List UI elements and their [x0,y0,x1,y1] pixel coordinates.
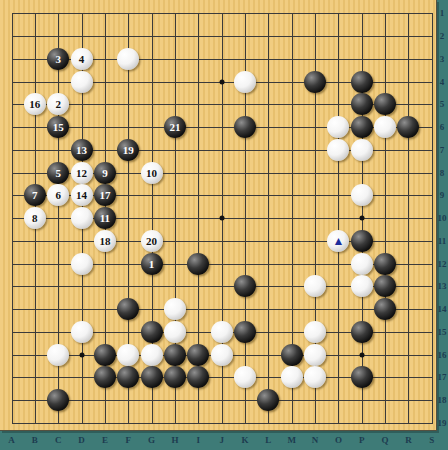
grid-line-v [268,13,269,423]
row-label: 6 [440,122,445,132]
col-label: R [405,435,412,445]
row-label: 8 [440,168,445,178]
black-stone[interactable] [351,321,373,343]
move-number: 21 [169,116,180,138]
black-stone[interactable] [374,275,396,297]
white-stone[interactable] [117,344,139,366]
row-label: 9 [440,190,445,200]
move-number: 18 [99,230,110,252]
white-stone[interactable]: 16 [24,93,46,115]
white-stone[interactable] [281,366,303,388]
black-stone[interactable] [141,366,163,388]
black-stone[interactable] [187,253,209,275]
white-stone[interactable]: 10 [141,162,163,184]
white-stone[interactable] [71,71,93,93]
black-stone[interactable] [304,71,326,93]
col-label: K [241,435,248,445]
black-stone[interactable] [117,366,139,388]
row-label: 18 [438,395,447,405]
grid-line-h [12,423,433,424]
grid-line-v [385,13,386,423]
black-stone[interactable] [351,71,373,93]
row-label: 14 [438,304,447,314]
row-label: 16 [438,350,447,360]
move-number: 8 [32,207,38,229]
black-stone[interactable] [164,366,186,388]
grid-line-v [432,13,433,423]
black-stone[interactable]: 9 [94,162,116,184]
white-stone[interactable] [164,298,186,320]
col-label: F [126,435,132,445]
row-label: 19 [438,418,447,428]
row-label: 5 [440,99,445,109]
star-point [359,216,364,221]
move-number: 6 [55,184,61,206]
black-stone[interactable] [351,93,373,115]
move-number: 7 [32,184,38,206]
white-stone[interactable] [304,321,326,343]
grid-line-v [408,13,409,423]
white-stone[interactable] [211,344,233,366]
white-stone[interactable] [47,344,69,366]
white-stone[interactable] [327,116,349,138]
black-stone[interactable]: 11 [94,207,116,229]
black-stone[interactable]: 1 [141,253,163,275]
star-point [359,352,364,357]
go-board[interactable]: 34162152113195129107614178111820▲1 [0,0,437,431]
black-stone[interactable]: 19 [117,139,139,161]
white-stone[interactable]: 14 [71,184,93,206]
black-stone[interactable] [47,389,69,411]
grid-line-h [12,400,433,401]
white-stone[interactable] [141,344,163,366]
black-stone[interactable] [94,344,116,366]
move-number: 11 [100,207,110,229]
black-stone[interactable] [117,298,139,320]
triangle-marker: ▲ [332,230,344,252]
move-number: 15 [53,116,64,138]
black-stone[interactable] [94,366,116,388]
white-stone[interactable]: 2 [47,93,69,115]
row-label: 7 [440,145,445,155]
move-number: 19 [123,139,134,161]
black-stone[interactable]: 7 [24,184,46,206]
move-number: 20 [146,230,157,252]
row-label: 13 [438,281,447,291]
black-stone[interactable] [397,116,419,138]
row-label: 2 [440,31,445,41]
move-number: 16 [29,93,40,115]
white-stone[interactable]: ▲ [327,230,349,252]
white-stone[interactable] [327,139,349,161]
grid-line-h [12,309,433,310]
white-stone[interactable] [351,275,373,297]
black-stone[interactable]: 21 [164,116,186,138]
black-stone[interactable] [374,93,396,115]
row-label: 11 [438,236,447,246]
black-stone[interactable]: 17 [94,184,116,206]
black-stone[interactable]: 3 [47,48,69,70]
white-stone[interactable] [71,321,93,343]
row-label: 10 [438,213,447,223]
white-stone[interactable]: 4 [71,48,93,70]
col-label: D [78,435,85,445]
black-stone[interactable] [141,321,163,343]
white-stone[interactable] [164,321,186,343]
white-stone[interactable] [71,207,93,229]
move-number: 12 [76,162,87,184]
black-stone[interactable] [234,116,256,138]
move-number: 5 [55,162,61,184]
col-label: G [148,435,155,445]
white-stone[interactable] [351,184,373,206]
move-number: 17 [99,184,110,206]
move-number: 13 [76,139,87,161]
white-stone[interactable] [234,71,256,93]
col-label: O [335,435,342,445]
white-stone[interactable] [304,344,326,366]
white-stone[interactable] [374,116,396,138]
col-label: E [102,435,108,445]
black-stone[interactable] [281,344,303,366]
col-label: M [287,435,296,445]
white-stone[interactable] [304,366,326,388]
white-stone[interactable] [304,275,326,297]
black-stone[interactable] [234,275,256,297]
row-label: 1 [440,8,445,18]
col-label: I [197,435,201,445]
go-app-screen: 34162152113195129107614178111820▲1 12345… [0,0,448,450]
col-label: N [312,435,319,445]
black-stone[interactable] [374,298,396,320]
white-stone[interactable]: 12 [71,162,93,184]
white-stone[interactable] [351,253,373,275]
col-label: L [265,435,271,445]
move-number: 1 [149,253,155,275]
black-stone[interactable] [374,253,396,275]
white-stone[interactable]: 18 [94,230,116,252]
move-number: 3 [55,48,61,70]
black-stone[interactable] [187,344,209,366]
black-stone[interactable] [351,116,373,138]
grid-line-v [338,13,339,423]
black-stone[interactable]: 5 [47,162,69,184]
white-stone[interactable] [71,253,93,275]
col-label: B [32,435,38,445]
black-stone[interactable] [234,321,256,343]
black-stone[interactable]: 15 [47,116,69,138]
col-label: S [429,435,434,445]
col-label: Q [382,435,389,445]
move-number: 9 [102,162,108,184]
black-stone[interactable] [164,344,186,366]
white-stone[interactable]: 8 [24,207,46,229]
move-number: 14 [76,184,87,206]
white-stone[interactable] [117,48,139,70]
white-stone[interactable]: 20 [141,230,163,252]
white-stone[interactable] [234,366,256,388]
row-label: 15 [438,327,447,337]
row-label: 17 [438,372,447,382]
white-stone[interactable] [351,139,373,161]
row-label: 12 [438,259,447,269]
row-label: 3 [440,54,445,64]
star-point [219,79,224,84]
move-number: 2 [55,93,61,115]
black-stone[interactable] [351,230,373,252]
col-label: J [219,435,224,445]
row-label: 4 [440,77,445,87]
black-stone[interactable] [187,366,209,388]
move-number: 4 [79,48,85,70]
move-number: 10 [146,162,157,184]
white-stone[interactable] [211,321,233,343]
white-stone[interactable]: 6 [47,184,69,206]
star-point [219,216,224,221]
col-label: H [171,435,178,445]
col-label: C [55,435,62,445]
star-point [79,352,84,357]
black-stone[interactable] [351,366,373,388]
col-label: A [8,435,15,445]
black-stone[interactable]: 13 [71,139,93,161]
col-label: P [359,435,365,445]
black-stone[interactable] [257,389,279,411]
